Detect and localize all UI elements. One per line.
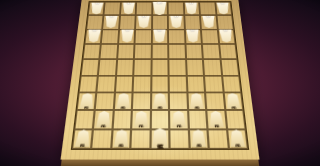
board-cell[interactable] xyxy=(150,110,169,129)
board-cell[interactable] xyxy=(133,75,151,92)
board-cell[interactable]: 歩兵 xyxy=(184,2,201,15)
board-cell[interactable] xyxy=(188,110,208,129)
board-cell[interactable]: 歩兵 xyxy=(227,129,248,149)
board-cell[interactable] xyxy=(169,59,187,75)
board-cell[interactable]: 歩兵 xyxy=(131,110,150,129)
shogi-piece-pawn[interactable]: 歩兵 xyxy=(185,2,198,14)
board-cell[interactable] xyxy=(98,59,117,75)
board-cell[interactable] xyxy=(83,44,102,59)
board-cell[interactable]: 歩兵 xyxy=(215,2,232,15)
board-cell[interactable] xyxy=(119,15,136,29)
shogi-piece-pawn[interactable]: 歩兵 xyxy=(153,30,166,43)
board-cell[interactable] xyxy=(201,29,219,44)
board-cell[interactable] xyxy=(79,75,99,92)
shogi-piece-pawn[interactable]: 歩兵 xyxy=(137,16,150,28)
board-cell[interactable] xyxy=(74,110,95,129)
board-cell[interactable] xyxy=(132,92,151,110)
board-cell[interactable]: 歩兵 xyxy=(168,15,185,29)
board-cell[interactable]: 歩兵 xyxy=(93,110,113,129)
shogi-piece-pawn[interactable]: 歩兵 xyxy=(86,30,101,43)
board-cell[interactable] xyxy=(95,92,115,110)
board-cell[interactable] xyxy=(112,110,132,129)
shogi-piece-pawn[interactable]: 歩兵 xyxy=(171,111,186,127)
shogi-piece-pawn[interactable]: 歩兵 xyxy=(202,16,216,28)
board-cell[interactable]: 歩兵 xyxy=(84,29,102,44)
photo-stage: 歩兵歩兵王将歩兵歩兵歩兵歩兵歩兵歩兵歩兵歩兵歩兵歩兵歩兵歩兵歩兵歩兵歩兵歩兵歩兵… xyxy=(0,0,320,166)
board-cell[interactable] xyxy=(222,75,242,92)
board-cell[interactable] xyxy=(135,29,152,44)
shogi-piece-pawn[interactable]: 歩兵 xyxy=(216,2,230,14)
board-cell[interactable] xyxy=(220,59,239,75)
shogi-piece-pawn[interactable]: 歩兵 xyxy=(122,2,135,14)
board-cell[interactable] xyxy=(204,75,223,92)
board-cell[interactable] xyxy=(101,29,119,44)
board-cell[interactable]: 歩兵 xyxy=(189,129,209,149)
shogi-piece-pawn[interactable]: 歩兵 xyxy=(104,16,118,28)
shogi-piece-pawn[interactable]: 歩兵 xyxy=(113,130,129,147)
shogi-piece-pawn[interactable]: 歩兵 xyxy=(120,30,134,43)
board-cell[interactable] xyxy=(203,59,222,75)
board-cell[interactable]: 歩兵 xyxy=(88,2,105,15)
shogi-piece-pawn[interactable]: 歩兵 xyxy=(74,130,91,147)
board-cell[interactable] xyxy=(169,92,188,110)
board-cell[interactable] xyxy=(152,15,168,29)
shogi-piece-pawn[interactable]: 歩兵 xyxy=(225,93,241,109)
board-cell[interactable]: 歩兵 xyxy=(152,29,169,44)
board-cell[interactable] xyxy=(199,2,216,15)
board-cell[interactable]: 歩兵 xyxy=(223,92,243,110)
board-cell[interactable]: 歩兵 xyxy=(169,110,188,129)
board-cell[interactable]: 歩兵 xyxy=(111,129,131,149)
shogi-piece-pawn[interactable]: 歩兵 xyxy=(90,2,104,14)
shogi-piece-pawn[interactable]: 歩兵 xyxy=(133,111,148,127)
shogi-piece-pawn[interactable]: 歩兵 xyxy=(219,30,234,43)
board-cell[interactable]: 歩兵 xyxy=(217,29,235,44)
shogi-piece-pawn[interactable]: 歩兵 xyxy=(229,130,246,147)
board-cell[interactable] xyxy=(117,44,135,59)
shogi-piece-pawn[interactable]: 歩兵 xyxy=(153,93,168,109)
board-cell[interactable]: 歩兵 xyxy=(187,92,206,110)
board-cell[interactable] xyxy=(168,2,184,15)
board-cell[interactable]: 歩兵 xyxy=(77,92,97,110)
board-cell[interactable] xyxy=(186,59,204,75)
board-cell[interactable]: 歩兵 xyxy=(185,29,202,44)
shogi-piece-pawn[interactable]: 歩兵 xyxy=(189,93,204,109)
board-cell[interactable] xyxy=(151,59,169,75)
board-cell[interactable] xyxy=(169,75,187,92)
board-cell[interactable] xyxy=(104,2,121,15)
board-cell[interactable] xyxy=(151,44,168,59)
board-cell[interactable] xyxy=(205,92,225,110)
board-cell[interactable] xyxy=(185,44,203,59)
board-cell[interactable] xyxy=(92,129,113,149)
board-cell[interactable]: 歩兵 xyxy=(118,29,135,44)
board-cell[interactable] xyxy=(208,129,229,149)
board-cell[interactable] xyxy=(100,44,118,59)
shogi-piece-pawn[interactable]: 歩兵 xyxy=(116,93,131,109)
board-cell[interactable] xyxy=(151,75,169,92)
board-cell[interactable] xyxy=(131,129,151,149)
shogi-piece-king[interactable]: 王将 xyxy=(153,1,168,15)
board-cell[interactable]: 歩兵 xyxy=(103,15,120,29)
board-cell[interactable] xyxy=(134,59,152,75)
board-cell[interactable] xyxy=(216,15,234,29)
shogi-board: 歩兵歩兵王将歩兵歩兵歩兵歩兵歩兵歩兵歩兵歩兵歩兵歩兵歩兵歩兵歩兵歩兵歩兵歩兵歩兵… xyxy=(61,0,260,160)
board-cell[interactable]: 歩兵 xyxy=(72,129,93,149)
shogi-piece-pawn[interactable]: 歩兵 xyxy=(186,30,200,43)
board-cell[interactable] xyxy=(134,44,151,59)
board-cell[interactable] xyxy=(202,44,220,59)
board-cell[interactable] xyxy=(186,75,205,92)
board-cell[interactable]: 歩兵 xyxy=(151,92,170,110)
board-cell[interactable]: 歩兵 xyxy=(114,92,133,110)
shogi-piece-pawn[interactable]: 歩兵 xyxy=(79,93,95,109)
board-cell[interactable]: 歩兵 xyxy=(120,2,137,15)
board-cell[interactable] xyxy=(168,44,185,59)
board-cell[interactable] xyxy=(168,29,185,44)
shogi-piece-pawn[interactable]: 歩兵 xyxy=(208,111,224,127)
board-cell[interactable] xyxy=(170,129,190,149)
board-cell[interactable] xyxy=(225,110,246,129)
shogi-piece-pawn[interactable]: 歩兵 xyxy=(190,130,206,147)
board-cell[interactable]: 玉将 xyxy=(150,129,170,149)
board-grid: 歩兵歩兵王将歩兵歩兵歩兵歩兵歩兵歩兵歩兵歩兵歩兵歩兵歩兵歩兵歩兵歩兵歩兵歩兵歩兵… xyxy=(71,1,249,150)
board-cell[interactable] xyxy=(115,75,134,92)
board-cell[interactable] xyxy=(81,59,100,75)
board-cell[interactable] xyxy=(116,59,134,75)
board-cell[interactable]: 歩兵 xyxy=(206,110,226,129)
board-cell[interactable]: 歩兵 xyxy=(200,15,217,29)
shogi-piece-pawn[interactable]: 歩兵 xyxy=(170,16,183,28)
board-cell[interactable] xyxy=(219,44,238,59)
board-cell[interactable] xyxy=(136,2,152,15)
board-cell[interactable] xyxy=(97,75,116,92)
board-cell[interactable] xyxy=(184,15,201,29)
shogi-piece-king[interactable]: 玉将 xyxy=(151,128,169,148)
board-cell[interactable]: 歩兵 xyxy=(135,15,152,29)
shogi-piece-pawn[interactable]: 歩兵 xyxy=(95,111,111,127)
board-cell[interactable]: 王将 xyxy=(152,2,168,15)
board-cell[interactable] xyxy=(86,15,104,29)
